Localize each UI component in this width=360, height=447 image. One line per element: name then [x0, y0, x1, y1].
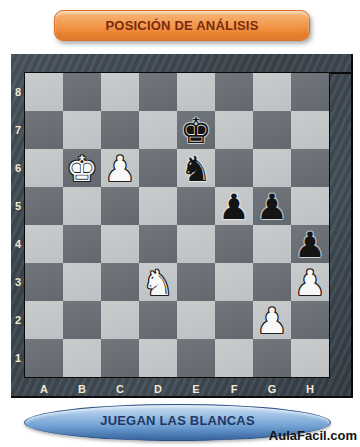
square-e4[interactable] — [177, 225, 215, 263]
square-b6[interactable]: ♚ — [63, 149, 101, 187]
square-g1[interactable] — [253, 339, 291, 377]
square-a7[interactable] — [25, 111, 63, 149]
file-labels: ABCDEFGH — [25, 379, 329, 398]
square-c6[interactable]: ♟ — [101, 149, 139, 187]
square-c8[interactable] — [101, 73, 139, 111]
square-c5[interactable] — [101, 187, 139, 225]
piece-black-pawn[interactable]: ♟ — [291, 225, 329, 263]
piece-black-pawn[interactable]: ♟ — [253, 187, 291, 225]
square-f1[interactable] — [215, 339, 253, 377]
square-f8[interactable] — [215, 73, 253, 111]
square-c2[interactable] — [101, 301, 139, 339]
file-label-g: G — [253, 379, 291, 398]
file-label-d: D — [139, 379, 177, 398]
square-f5[interactable]: ♟ — [215, 187, 253, 225]
square-f7[interactable] — [215, 111, 253, 149]
square-a8[interactable] — [25, 73, 63, 111]
square-d4[interactable] — [139, 225, 177, 263]
brand-name: AulaFacil — [269, 428, 327, 443]
square-b4[interactable] — [63, 225, 101, 263]
square-a6[interactable] — [25, 149, 63, 187]
square-f3[interactable] — [215, 263, 253, 301]
chessboard-frame: 87654321 ♚♚♟♞♟♟♟♞♟♟ ABCDEFGH — [11, 54, 353, 398]
piece-white-pawn[interactable]: ♟ — [291, 263, 329, 301]
file-label-h: H — [291, 379, 329, 398]
square-d5[interactable] — [139, 187, 177, 225]
square-a1[interactable] — [25, 339, 63, 377]
square-e1[interactable] — [177, 339, 215, 377]
piece-white-knight[interactable]: ♞ — [139, 263, 177, 301]
square-d3[interactable]: ♞ — [139, 263, 177, 301]
square-d6[interactable] — [139, 149, 177, 187]
square-d1[interactable] — [139, 339, 177, 377]
square-b5[interactable] — [63, 187, 101, 225]
file-label-e: E — [177, 379, 215, 398]
square-a2[interactable] — [25, 301, 63, 339]
square-a3[interactable] — [25, 263, 63, 301]
square-c3[interactable] — [101, 263, 139, 301]
square-f4[interactable] — [215, 225, 253, 263]
square-c4[interactable] — [101, 225, 139, 263]
square-g8[interactable] — [253, 73, 291, 111]
square-e6[interactable]: ♞ — [177, 149, 215, 187]
file-label-a: A — [25, 379, 63, 398]
square-g4[interactable] — [253, 225, 291, 263]
chessboard: ♚♚♟♞♟♟♟♞♟♟ — [25, 73, 329, 377]
square-c7[interactable] — [101, 111, 139, 149]
rank-label-6: 6 — [11, 149, 25, 187]
square-h2[interactable] — [291, 301, 329, 339]
file-label-f: F — [215, 379, 253, 398]
rank-label-1: 1 — [11, 339, 25, 377]
square-h7[interactable] — [291, 111, 329, 149]
rank-label-2: 2 — [11, 301, 25, 339]
piece-white-pawn[interactable]: ♟ — [101, 149, 139, 187]
square-d8[interactable] — [139, 73, 177, 111]
square-b7[interactable] — [63, 111, 101, 149]
square-h6[interactable] — [291, 149, 329, 187]
square-d7[interactable] — [139, 111, 177, 149]
square-e3[interactable] — [177, 263, 215, 301]
square-g6[interactable] — [253, 149, 291, 187]
brand-link[interactable]: AulaFacil.com — [269, 428, 357, 443]
square-f2[interactable] — [215, 301, 253, 339]
square-b8[interactable] — [63, 73, 101, 111]
square-h8[interactable] — [291, 73, 329, 111]
square-e8[interactable] — [177, 73, 215, 111]
square-h5[interactable] — [291, 187, 329, 225]
square-h3[interactable]: ♟ — [291, 263, 329, 301]
square-g3[interactable] — [253, 263, 291, 301]
square-b1[interactable] — [63, 339, 101, 377]
square-c1[interactable] — [101, 339, 139, 377]
square-g2[interactable]: ♟ — [253, 301, 291, 339]
square-a4[interactable] — [25, 225, 63, 263]
analysis-banner-label: POSICIÓN DE ANÁLISIS — [105, 18, 258, 33]
square-e7[interactable]: ♚ — [177, 111, 215, 149]
piece-black-knight[interactable]: ♞ — [177, 149, 215, 187]
page: POSICIÓN DE ANÁLISIS 87654321 ♚♚♟♞♟♟♟♞♟♟… — [0, 0, 360, 447]
square-h4[interactable]: ♟ — [291, 225, 329, 263]
turn-banner-label: JUEGAN LAS BLANCAS — [100, 413, 255, 428]
brand-suffix: .com — [327, 428, 357, 443]
piece-black-king[interactable]: ♚ — [177, 111, 215, 149]
square-e2[interactable] — [177, 301, 215, 339]
rank-label-5: 5 — [11, 187, 25, 225]
rank-labels: 87654321 — [11, 73, 25, 377]
square-f6[interactable] — [215, 149, 253, 187]
square-b3[interactable] — [63, 263, 101, 301]
piece-white-pawn[interactable]: ♟ — [253, 301, 291, 339]
analysis-banner: POSICIÓN DE ANÁLISIS — [54, 10, 310, 41]
rank-label-4: 4 — [11, 225, 25, 263]
square-a5[interactable] — [25, 187, 63, 225]
file-label-c: C — [101, 379, 139, 398]
square-d2[interactable] — [139, 301, 177, 339]
square-g7[interactable] — [253, 111, 291, 149]
rank-label-8: 8 — [11, 73, 25, 111]
rank-label-3: 3 — [11, 263, 25, 301]
square-b2[interactable] — [63, 301, 101, 339]
square-e5[interactable] — [177, 187, 215, 225]
piece-white-king[interactable]: ♚ — [63, 149, 101, 187]
rank-label-7: 7 — [11, 111, 25, 149]
piece-black-pawn[interactable]: ♟ — [215, 187, 253, 225]
square-h1[interactable] — [291, 339, 329, 377]
square-g5[interactable]: ♟ — [253, 187, 291, 225]
file-label-b: B — [63, 379, 101, 398]
